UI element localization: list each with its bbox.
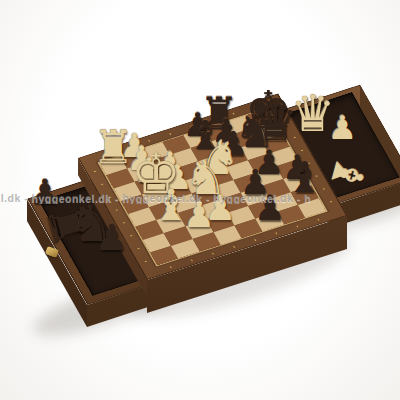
captured-white-piece-2[interactable]: ♟ bbox=[328, 111, 357, 144]
captured-black-piece-4[interactable]: ♟ bbox=[95, 221, 127, 257]
chess-set-photo: kel.dk - hyggeonkel.dk - hyggeonkel.dk -… bbox=[0, 0, 400, 400]
watermark: kel.dk - hyggeonkel.dk - hyggeonkel.dk -… bbox=[0, 192, 400, 204]
